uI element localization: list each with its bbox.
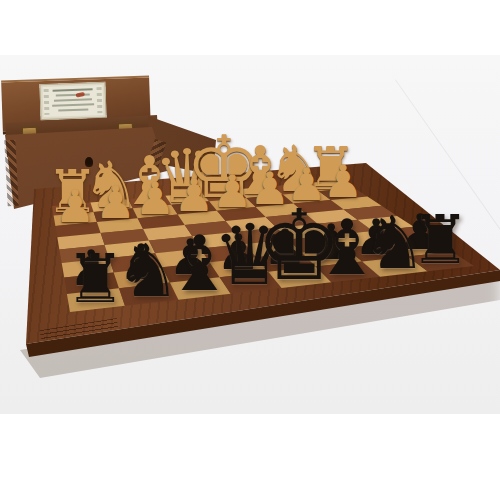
piece-white-pawn: ♟ — [95, 180, 135, 225]
piece-white-pawn: ♟ — [174, 173, 214, 218]
piece-white-pawn: ♟ — [135, 176, 175, 221]
piece-black-rook: ♜ — [410, 207, 470, 274]
piece-layer: ♜♞♝♛♚♝♞♜♟♟♟♟♟♟♟♟♟♟♟♟♟♟♟♟♜♞♝♛♚♝♞♜ — [0, 0, 500, 500]
piece-white-pawn: ♟ — [55, 184, 95, 229]
auction-photo-chess-set: ♜♞♝♛♚♝♞♜♟♟♟♟♟♟♟♟♟♟♟♟♟♟♟♟♜♞♝♛♚♝♞♜ — [0, 0, 500, 500]
